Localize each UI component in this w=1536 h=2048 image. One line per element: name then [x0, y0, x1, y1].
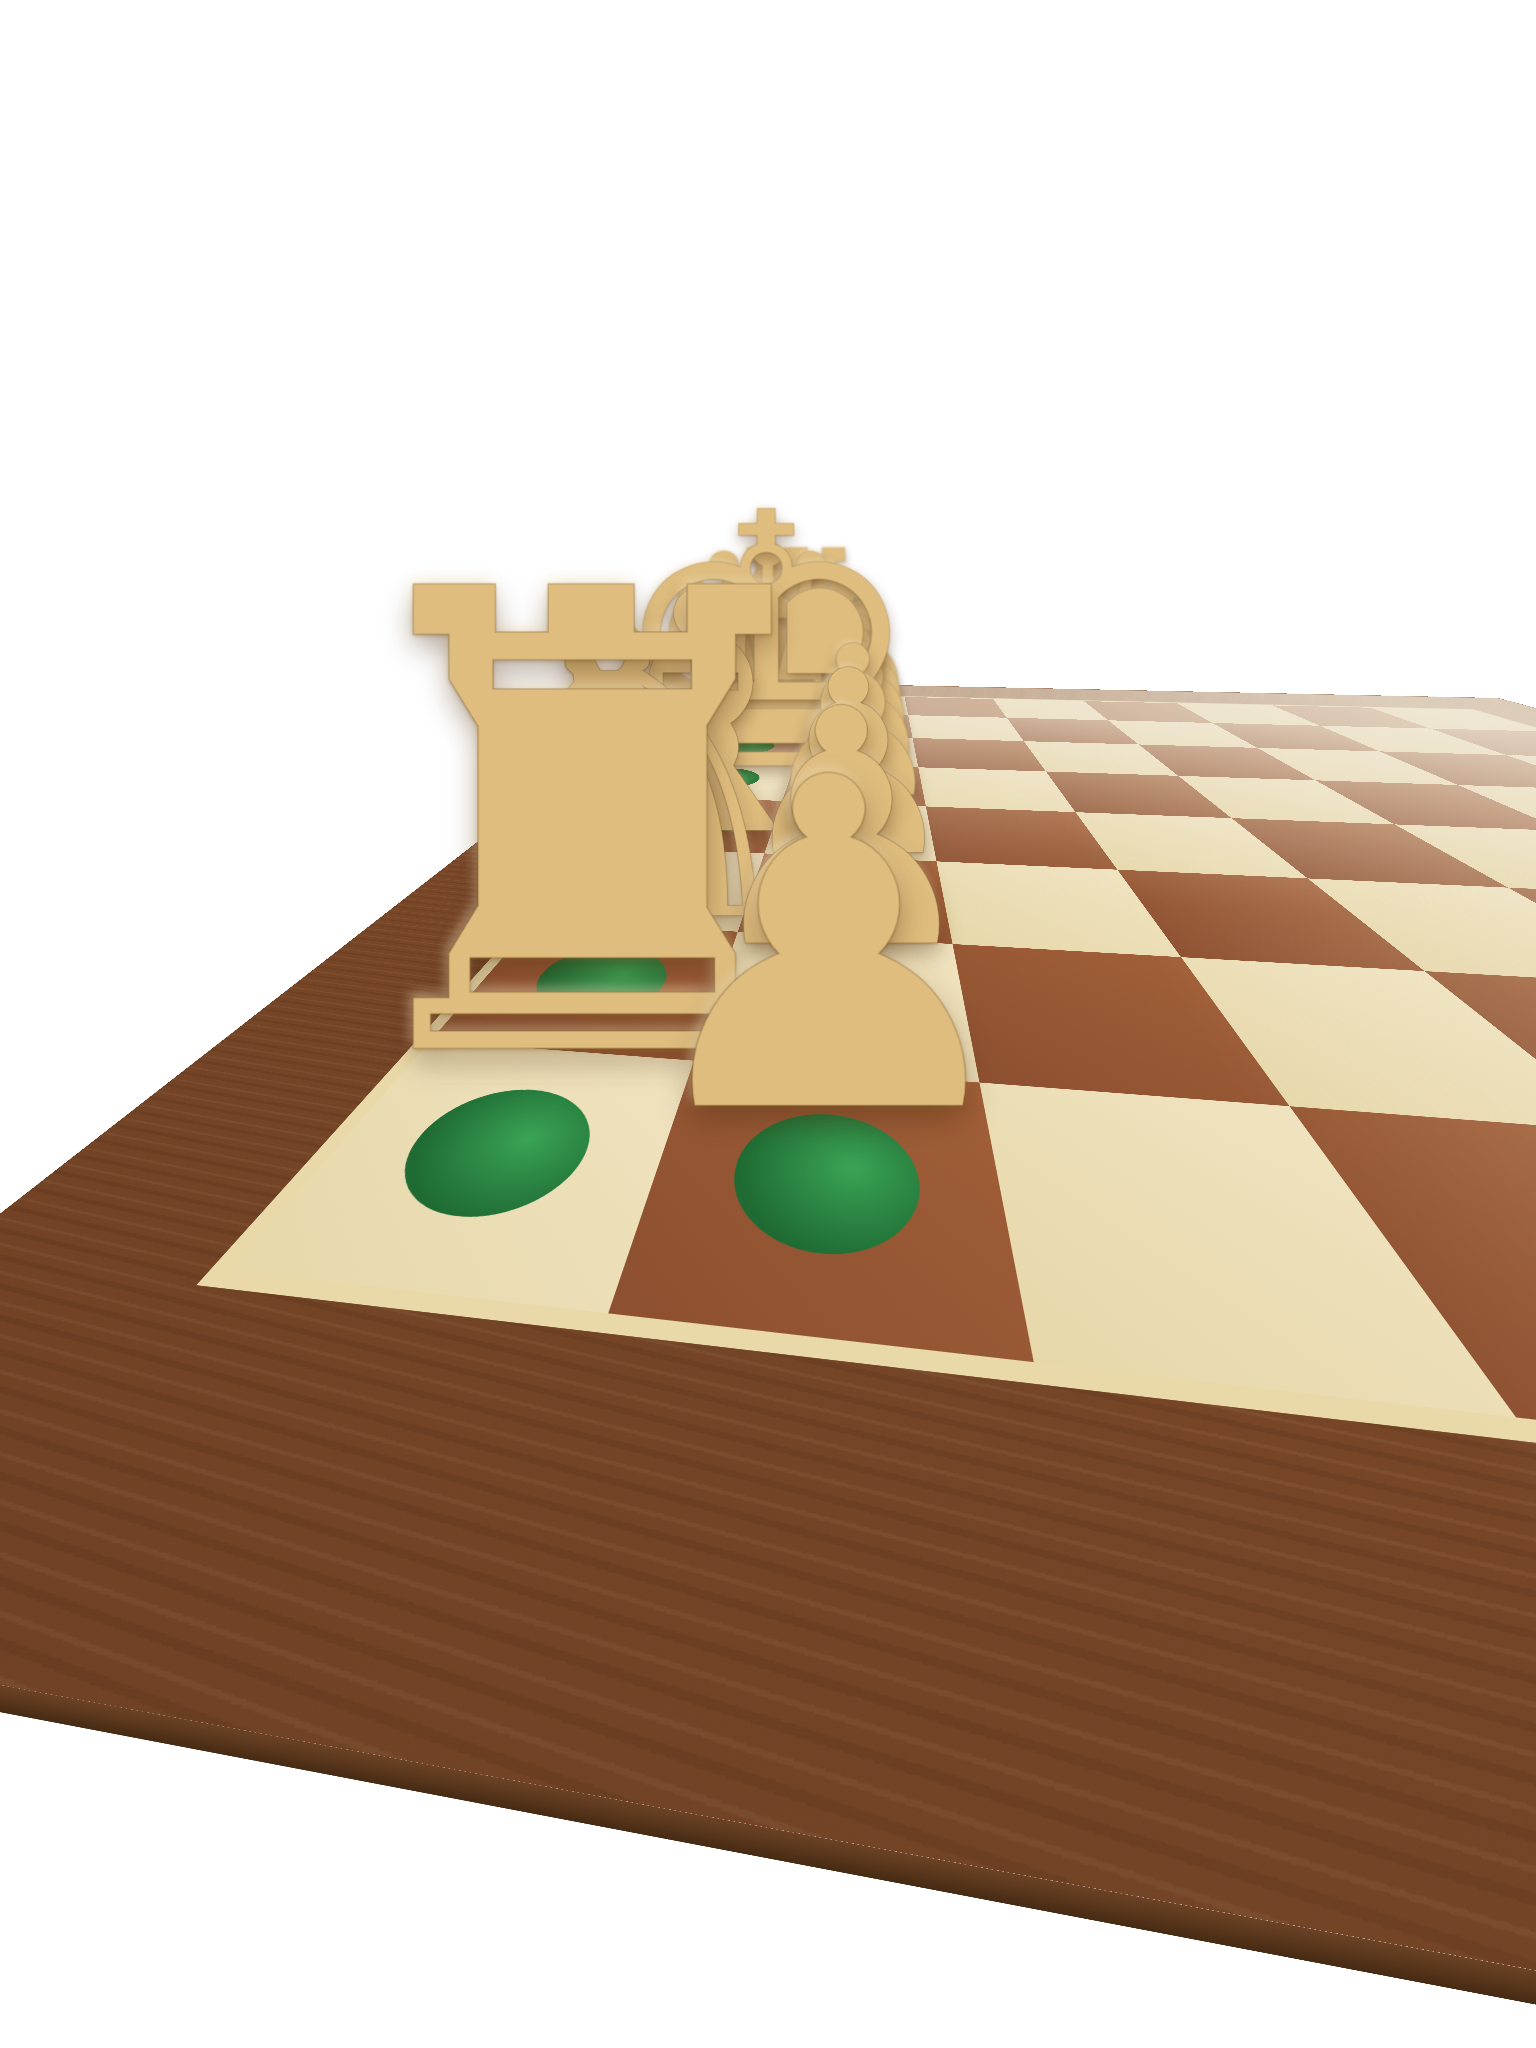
photo-scene: ♜♟♞♟♝♟♛♟♚♟♝♟♞♟♜♟ [0, 0, 1536, 2048]
square-c2[interactable] [795, 735, 918, 767]
square-g2[interactable] [694, 932, 979, 1083]
square-b3[interactable] [908, 715, 1024, 741]
chess-board: ♜♟♞♟♝♟♛♟♚♟♝♟♞♟♜♟ [0, 681, 1536, 2048]
square-d2[interactable] [782, 763, 926, 806]
square-f2[interactable] [738, 853, 953, 944]
square-e2[interactable] [764, 801, 936, 861]
square-b2[interactable] [805, 713, 913, 738]
board-edge-hfile-side [0, 1594, 1536, 2048]
